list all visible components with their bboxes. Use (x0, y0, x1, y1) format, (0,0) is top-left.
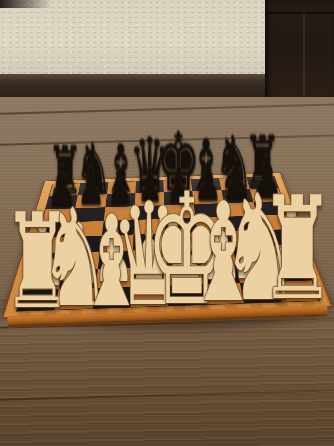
piece-white-rook[interactable]: ♜ (255, 178, 334, 320)
chess-photo-scene: ♜♞♝♛♚♝♞♜♟♟♟♟♟♟♟♟♟♟♟♟♟♟♟♟♜♞♝♛♚♝♞♜ (0, 0, 334, 446)
